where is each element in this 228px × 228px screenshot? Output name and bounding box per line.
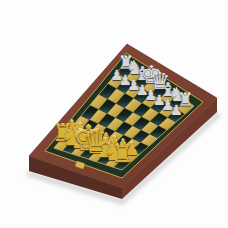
chess-board [0,0,228,228]
chess-set-product-photo[interactable]: ♜♞♝♛♚♝♞♜♟♟♟♟♟♟♟♟♟♟♟♟♟♟♟♟♜♞♝♛♚♝♞♜ [0,0,228,228]
